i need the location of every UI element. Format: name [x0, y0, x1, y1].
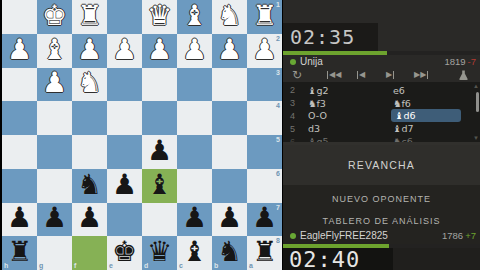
square-f8[interactable]: f — [72, 236, 107, 270]
square-f2[interactable]: ♟ — [72, 34, 107, 68]
square-e7[interactable] — [107, 203, 142, 237]
sidebar: 02:35 Unija 1819 -7 ↻◀◀◀▶▶▶ ▲ ▼ 2♝g2e63♞… — [283, 0, 480, 270]
piece-white-pawn: ♟ — [252, 36, 277, 64]
go-next-icon[interactable]: ▶ — [386, 68, 394, 82]
square-d8[interactable]: ♛d — [142, 236, 177, 270]
move-number: 5 — [290, 124, 304, 134]
square-f6[interactable]: ♞ — [72, 169, 107, 203]
square-c2[interactable]: ♟ — [177, 34, 212, 68]
go-last-icon[interactable]: ▶▶ — [414, 68, 428, 82]
square-h7[interactable]: ♟ — [2, 203, 37, 237]
square-h8[interactable]: ♜h — [2, 236, 37, 270]
bottom-player-rating-change: +7 — [465, 230, 476, 241]
piece-black-pawn: ♟ — [252, 204, 277, 232]
bottom-player-row[interactable]: EagleFlyFREE2825 1786 +7 — [283, 229, 480, 242]
square-f7[interactable]: ♟ — [72, 203, 107, 237]
square-c3[interactable] — [177, 68, 212, 102]
square-g6[interactable] — [37, 169, 72, 203]
square-h5[interactable] — [2, 135, 37, 169]
square-g8[interactable]: g — [37, 236, 72, 270]
analysis-board-button[interactable]: TABLERO DE ANÁLISIS — [283, 216, 480, 226]
top-player-rating: 1819 — [444, 56, 465, 67]
top-time-bar-fill — [283, 51, 387, 55]
move-black[interactable]: e6 — [393, 85, 455, 96]
top-player-row[interactable]: Unija 1819 -7 — [283, 55, 480, 68]
square-e2[interactable]: ♟ — [107, 34, 142, 68]
square-a4[interactable]: 4 — [247, 101, 282, 135]
top-clock-time: 02:35 — [283, 25, 355, 49]
square-e5[interactable] — [107, 135, 142, 169]
move-white[interactable]: d3 — [308, 123, 383, 134]
square-e8[interactable]: ♚e — [107, 236, 142, 270]
rank-label: 5 — [276, 136, 280, 143]
file-label: d — [144, 262, 148, 269]
piece-white-rook: ♜ — [77, 2, 102, 30]
square-a2[interactable]: ♟2 — [247, 34, 282, 68]
piece-white-bishop: ♝ — [182, 2, 207, 30]
square-f3[interactable]: ♞ — [72, 68, 107, 102]
move-number: 3 — [290, 98, 304, 108]
piece-black-knight: ♞ — [77, 171, 102, 199]
square-g5[interactable] — [37, 135, 72, 169]
square-a5[interactable]: 5 — [247, 135, 282, 169]
piece-black-pawn: ♟ — [217, 204, 242, 232]
piece-white-pawn: ♟ — [77, 36, 102, 64]
online-dot-icon — [290, 59, 296, 65]
piece-white-bishop: ♝ — [42, 36, 67, 64]
square-a7[interactable]: ♟7 — [247, 203, 282, 237]
analysis-flask-icon[interactable] — [459, 68, 468, 82]
piece-white-pawn: ♟ — [182, 36, 207, 64]
square-b1[interactable]: ♞ — [212, 0, 247, 34]
rank-label: 3 — [276, 69, 280, 76]
piece-black-pawn: ♟ — [112, 171, 137, 199]
move-navigation-bar: ↻◀◀◀▶▶▶ — [283, 68, 480, 82]
piece-black-king: ♚ — [112, 238, 137, 266]
move-row-3: 3♞f3♞f6 — [283, 97, 480, 110]
bottom-clock-time: 02:40 — [283, 248, 360, 270]
square-a6[interactable]: 6 — [247, 169, 282, 203]
piece-white-king: ♚ — [42, 2, 67, 30]
piece-black-bishop: ♝ — [147, 171, 172, 199]
square-b3[interactable] — [212, 68, 247, 102]
piece-black-pawn: ♟ — [182, 204, 207, 232]
file-label: h — [4, 262, 8, 269]
square-e4[interactable] — [107, 101, 142, 135]
square-h2[interactable]: ♟ — [2, 34, 37, 68]
rank-label: 6 — [276, 170, 280, 177]
square-d6[interactable]: ♝ — [142, 169, 177, 203]
square-g3[interactable]: ♟ — [37, 68, 72, 102]
piece-black-pawn: ♟ — [7, 204, 32, 232]
file-label: a — [249, 262, 253, 269]
piece-black-pawn: ♟ — [147, 137, 172, 165]
square-c8[interactable]: ♝c — [177, 236, 212, 270]
piece-black-bishop: ♝ — [182, 238, 207, 266]
square-d5[interactable]: ♟ — [142, 135, 177, 169]
move-white[interactable]: O-O — [308, 110, 383, 121]
piece-white-pawn: ♟ — [42, 69, 67, 97]
rank-label: 1 — [276, 1, 280, 8]
bottom-player-rating: 1786 — [442, 230, 463, 241]
square-a1[interactable]: ♜1 — [247, 0, 282, 34]
square-h4[interactable] — [2, 101, 37, 135]
piece-black-queen: ♛ — [147, 238, 172, 266]
piece-white-pawn: ♟ — [112, 36, 137, 64]
move-black[interactable]: ♝d7 — [393, 123, 455, 134]
piece-white-knight: ♞ — [217, 2, 242, 30]
square-g7[interactable]: ♟ — [37, 203, 72, 237]
square-h3[interactable] — [2, 68, 37, 102]
board-pane: ♚♜♛♝♞♜1♟♝♟♟♟♟♟♟2♟♞34♟5♞♟♝6♟♟♟♟♟♟7♜hgf♚e♛… — [0, 0, 283, 270]
move-row-2: 2♝g2e6 — [283, 84, 480, 97]
move-number: 2 — [290, 85, 304, 95]
piece-white-knight: ♞ — [77, 69, 102, 97]
move-number: 4 — [290, 111, 304, 121]
square-b8[interactable]: ♞b — [212, 236, 247, 270]
square-d2[interactable]: ♟ — [142, 34, 177, 68]
piece-black-rook: ♜ — [7, 238, 32, 266]
rank-label: 8 — [276, 237, 280, 244]
file-label: g — [39, 262, 43, 269]
move-row-6: 6♝g5♞c6 — [283, 135, 480, 142]
rematch-label: REVANCHA — [348, 159, 415, 171]
piece-black-rook: ♜ — [252, 238, 277, 266]
flip-board-icon[interactable]: ↻ — [292, 68, 302, 82]
new-opponent-button[interactable]: NUEVO OPONENTE — [283, 194, 480, 204]
square-c7[interactable]: ♟ — [177, 203, 212, 237]
file-label: b — [214, 262, 218, 269]
piece-white-queen: ♛ — [147, 2, 172, 30]
move-white[interactable]: ♝g2 — [308, 85, 383, 96]
square-d1[interactable]: ♛ — [142, 0, 177, 34]
square-c6[interactable] — [177, 169, 212, 203]
piece-black-knight: ♞ — [217, 238, 242, 266]
move-black[interactable]: ♞f6 — [393, 98, 455, 109]
square-e1[interactable] — [107, 0, 142, 34]
file-label: f — [74, 262, 76, 269]
rank-label: 7 — [276, 204, 280, 211]
piece-white-rook: ♜ — [252, 2, 277, 30]
square-b6[interactable] — [212, 169, 247, 203]
square-c4[interactable] — [177, 101, 212, 135]
square-d4[interactable] — [142, 101, 177, 135]
square-c5[interactable] — [177, 135, 212, 169]
square-b7[interactable]: ♟ — [212, 203, 247, 237]
square-a8[interactable]: ♜8a — [247, 236, 282, 270]
chess-board[interactable]: ♚♜♛♝♞♜1♟♝♟♟♟♟♟♟2♟♞34♟5♞♟♝6♟♟♟♟♟♟7♜hgf♚e♛… — [2, 0, 282, 270]
top-player-rating-change: -7 — [468, 56, 476, 67]
square-d7[interactable] — [142, 203, 177, 237]
square-f4[interactable] — [72, 101, 107, 135]
square-c1[interactable]: ♝ — [177, 0, 212, 34]
square-g2[interactable]: ♝ — [37, 34, 72, 68]
square-e3[interactable] — [107, 68, 142, 102]
online-dot-icon — [290, 233, 296, 239]
piece-white-pawn: ♟ — [217, 36, 242, 64]
square-h6[interactable] — [2, 169, 37, 203]
bottom-player-clock: 02:40 — [283, 248, 393, 270]
move-black[interactable]: ♝d6 — [391, 109, 461, 122]
piece-black-pawn: ♟ — [42, 204, 67, 232]
square-g1[interactable]: ♚ — [37, 0, 72, 34]
rank-label: 2 — [276, 35, 280, 42]
move-row-5: 5d3♝d7 — [283, 122, 480, 135]
piece-white-pawn: ♟ — [147, 36, 172, 64]
piece-white-pawn: ♟ — [7, 36, 32, 64]
square-a3[interactable]: 3 — [247, 68, 282, 102]
square-b4[interactable] — [212, 101, 247, 135]
bottom-time-bar-fill — [283, 244, 389, 248]
square-b5[interactable] — [212, 135, 247, 169]
move-list[interactable]: ▲ ▼ 2♝g2e63♞f3♞f64O-O♝d65d3♝d76♝g5♞c6 — [283, 82, 480, 142]
rematch-button[interactable]: REVANCHA — [283, 145, 480, 185]
go-previous-icon[interactable]: ◀ — [357, 68, 365, 82]
file-label: e — [109, 262, 113, 269]
top-player-name[interactable]: Unija — [300, 56, 323, 67]
move-row-4: 4O-O♝d6 — [283, 110, 480, 123]
bottom-player-name[interactable]: EagleFlyFREE2825 — [300, 230, 388, 241]
move-white[interactable]: ♞f3 — [308, 98, 383, 109]
square-d3[interactable] — [142, 68, 177, 102]
square-b2[interactable]: ♟ — [212, 34, 247, 68]
rank-label: 4 — [276, 102, 280, 109]
square-g4[interactable] — [37, 101, 72, 135]
go-first-icon[interactable]: ◀◀ — [327, 68, 341, 82]
square-e6[interactable]: ♟ — [107, 169, 142, 203]
top-player-time-bar — [283, 51, 480, 55]
square-h1[interactable] — [2, 0, 37, 34]
piece-black-pawn: ♟ — [77, 204, 102, 232]
file-label: c — [179, 262, 183, 269]
top-player-clock: 02:35 — [283, 23, 378, 51]
square-f5[interactable] — [72, 135, 107, 169]
bottom-player-time-bar — [283, 244, 480, 248]
square-f1[interactable]: ♜ — [72, 0, 107, 34]
